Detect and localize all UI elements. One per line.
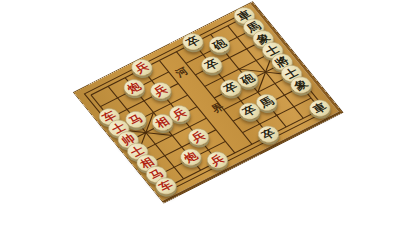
red-elephant-label: 相: [153, 115, 171, 129]
black-cannon-label: 砲: [211, 37, 229, 51]
red-horse-label: 马: [127, 112, 145, 126]
scene: 河 界 車馬象卒砲士將卒兵士砲象炮卒兵馬車卒兵车马相士卒兵帅士炮兵相马车: [0, 0, 400, 225]
red-soldier-label: 兵: [189, 130, 207, 144]
black-soldier-label: 卒: [222, 81, 240, 95]
red-cannon-label: 炮: [125, 81, 143, 95]
black-chariot-label: 車: [311, 101, 329, 115]
black-cannon-label: 砲: [239, 72, 257, 86]
black-soldier-label: 卒: [241, 104, 259, 118]
red-cannon-label: 炮: [182, 150, 200, 164]
black-horse-label: 馬: [258, 95, 276, 109]
red-soldier-label: 兵: [152, 84, 170, 98]
red-soldier-label: 兵: [133, 60, 151, 74]
black-elephant-label: 象: [292, 78, 310, 92]
red-soldier-label: 兵: [208, 153, 226, 167]
board-grid: [74, 3, 339, 201]
red-soldier-label: 兵: [171, 107, 189, 121]
black-soldier-label: 卒: [203, 58, 221, 72]
xiangqi-board[interactable]: 河 界 車馬象卒砲士將卒兵士砲象炮卒兵馬車卒兵车马相士卒兵帅士炮兵相马车: [74, 2, 343, 203]
black-soldier-label: 卒: [184, 35, 202, 49]
red-chariot-label: 车: [157, 179, 175, 193]
black-soldier-label: 卒: [260, 127, 278, 141]
